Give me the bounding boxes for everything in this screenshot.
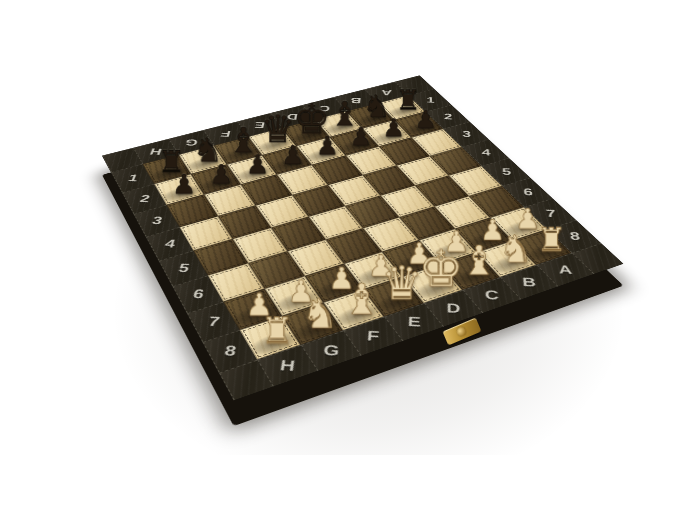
black-pawn-glyph: ♟ [209, 161, 233, 187]
rank-label-left: 7 [207, 315, 221, 329]
file-label-near: H [279, 358, 296, 373]
rank-label-left: 8 [223, 344, 237, 359]
rank-label-right: 1 [426, 96, 434, 104]
black-pawn-glyph: ♟ [281, 142, 304, 168]
rank-label-left: 4 [163, 238, 176, 250]
white-king-glyph: ♚ [419, 244, 464, 294]
rank-label-left: 6 [191, 288, 205, 301]
rank-label-left: 2 [138, 194, 151, 204]
file-label-near: A [558, 263, 573, 276]
rank-label-right: 6 [523, 187, 534, 197]
file-label-near: D [447, 302, 461, 316]
black-pawn-glyph: ♟ [350, 124, 372, 149]
file-label-near: F [367, 329, 380, 343]
rank-label-right: 5 [501, 167, 511, 177]
black-pawn-glyph: ♟ [172, 171, 196, 198]
chessboard-scene: HGFEDCBA1♜♞♝♛♚♝♞♜12♟♟♟♟♟♟♟♟2334455667♟♟♟… [151, 12, 539, 400]
black-pawn-glyph: ♟ [246, 151, 269, 177]
file-label-near: B [522, 276, 537, 289]
white-rook-glyph: ♜ [261, 313, 294, 350]
file-label-far: C [319, 104, 331, 112]
rank-label-left: 3 [150, 215, 163, 226]
white-bishop-glyph: ♝ [343, 278, 381, 320]
white-knight-glyph: ♞ [499, 231, 533, 269]
file-label-far: D [286, 112, 298, 120]
rank-label-right: 3 [462, 130, 471, 139]
black-pawn-glyph: ♟ [415, 107, 437, 131]
file-label-far: E [254, 121, 266, 130]
file-label-near: C [485, 288, 500, 301]
rank-label-left: 5 [177, 262, 191, 274]
rank-label-left: 1 [127, 173, 140, 183]
rank-label-right: 8 [569, 231, 581, 242]
rank-label-right: 2 [444, 113, 453, 121]
white-queen-glyph: ♛ [381, 261, 422, 307]
white-bishop-glyph: ♝ [461, 241, 497, 282]
rank-label-right: 7 [545, 208, 556, 219]
rank-label-right: 4 [481, 148, 490, 157]
file-label-near: G [323, 343, 340, 358]
file-label-far: B [350, 96, 362, 104]
black-pawn-glyph: ♟ [383, 115, 405, 140]
white-rook-glyph: ♜ [537, 223, 567, 256]
black-pawn-glyph: ♟ [316, 133, 339, 158]
file-label-near: E [407, 315, 420, 329]
white-knight-glyph: ♞ [302, 294, 339, 335]
photo-canvas: HGFEDCBA1♜♞♝♛♚♝♞♜12♟♟♟♟♟♟♟♟2334455667♟♟♟… [0, 0, 677, 508]
file-label-far: A [381, 89, 392, 97]
